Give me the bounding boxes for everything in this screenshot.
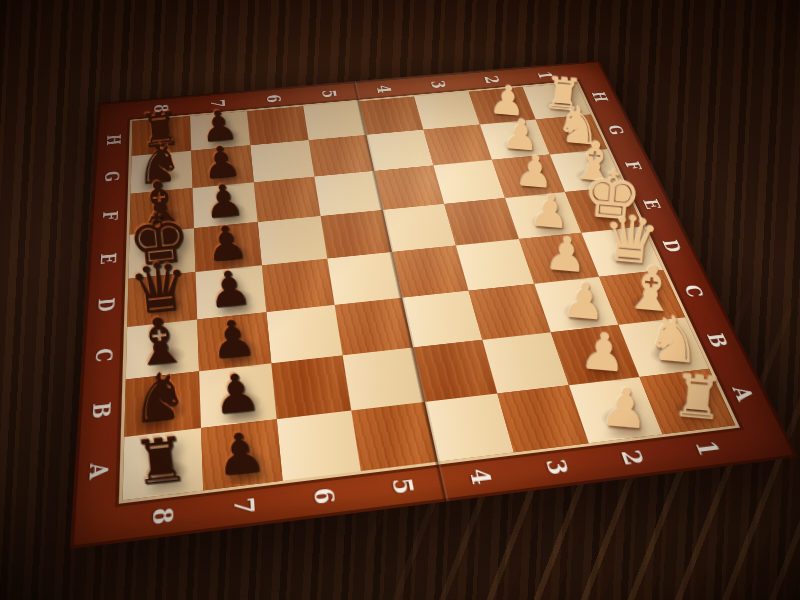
piece-black-pawn-b7[interactable]: ♟: [196, 366, 276, 422]
square-e4[interactable]: [383, 204, 456, 252]
square-f6[interactable]: [254, 177, 321, 223]
square-d4[interactable]: [392, 245, 469, 297]
square-a7[interactable]: ♟: [201, 419, 283, 490]
square-f4[interactable]: [374, 165, 444, 210]
square-g6[interactable]: [250, 140, 314, 182]
piece-black-knight-b8[interactable]: ♞: [119, 364, 200, 431]
rank-label-bottom-8: 8: [145, 481, 181, 554]
piece-black-pawn-d7[interactable]: ♟: [193, 263, 266, 315]
piece-white-knight-b1[interactable]: ♞: [635, 308, 712, 371]
square-b7[interactable]: ♟: [199, 363, 277, 428]
square-d6[interactable]: [262, 259, 335, 313]
piece-white-pawn-b2[interactable]: ♟: [566, 326, 642, 379]
piece-white-pawn-a2[interactable]: ♟: [585, 381, 665, 437]
rank-label-top-6: 6: [260, 82, 288, 116]
square-e6[interactable]: [258, 216, 328, 265]
piece-white-rook-a1[interactable]: ♜: [658, 368, 738, 428]
rank-label-top-5: 5: [315, 77, 345, 111]
square-b6[interactable]: [271, 355, 351, 419]
piece-white-pawn-c2[interactable]: ♟: [548, 276, 621, 327]
walnut-table-background: ♜♟♟♜♞♟♟♞♝♟♟♝♚♟♟♚♛♟♟♛♝♟♟♝♞♟♟♞♜♟♟♜ 8765432…: [0, 0, 800, 600]
square-a8[interactable]: ♜: [123, 428, 204, 500]
piece-black-pawn-a7[interactable]: ♟: [198, 424, 282, 483]
square-g4[interactable]: [366, 130, 433, 171]
square-c6[interactable]: [266, 305, 342, 363]
piece-black-pawn-c7[interactable]: ♟: [195, 312, 271, 366]
piece-black-rook-a8[interactable]: ♜: [118, 429, 203, 493]
